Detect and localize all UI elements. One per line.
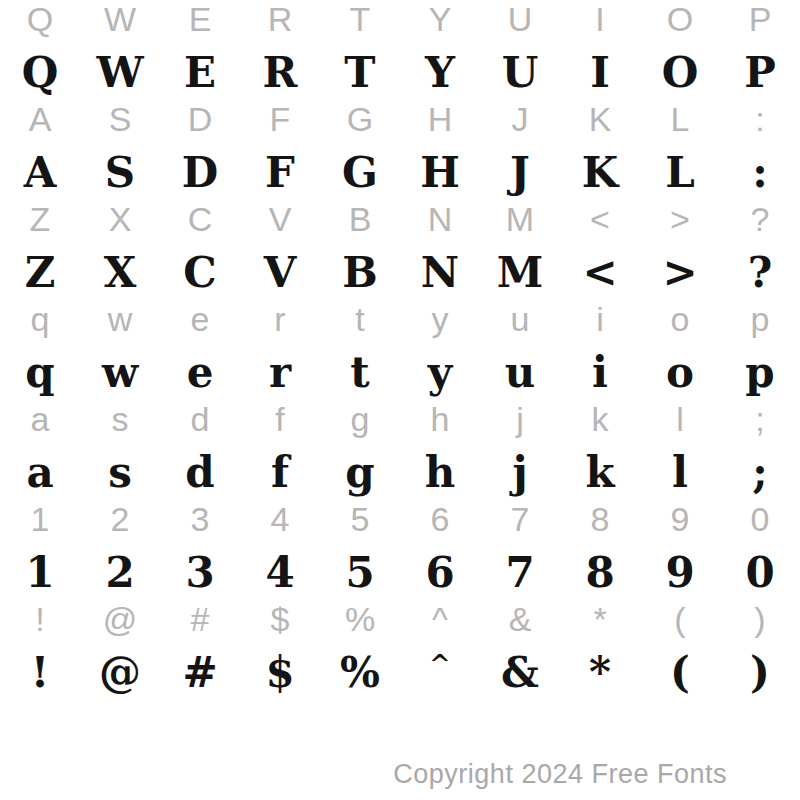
char-cell-bold: N bbox=[400, 252, 480, 294]
char-glyph: $ bbox=[265, 648, 294, 697]
char-cell-bold: 4 bbox=[240, 552, 320, 594]
char-glyph: H bbox=[428, 100, 453, 138]
char-row-gray-7: !@#$%^&*() bbox=[0, 602, 800, 636]
char-cell-bold: 7 bbox=[480, 552, 560, 594]
char-cell-gray: o bbox=[640, 302, 720, 336]
char-cell-bold: & bbox=[480, 652, 560, 694]
char-cell-gray: Z bbox=[0, 202, 80, 236]
char-glyph: E bbox=[184, 48, 216, 97]
char-glyph: l bbox=[672, 448, 688, 497]
char-cell-gray: 9 bbox=[640, 502, 720, 536]
char-cell-bold: Y bbox=[400, 52, 480, 94]
char-glyph: : bbox=[752, 148, 768, 197]
char-cell-gray: a bbox=[0, 402, 80, 436]
char-glyph: P bbox=[749, 0, 772, 38]
char-glyph: 6 bbox=[425, 548, 454, 597]
char-cell-gray: D bbox=[160, 102, 240, 136]
char-cell-bold: ( bbox=[640, 652, 720, 694]
char-glyph: F bbox=[265, 148, 295, 197]
char-glyph: N bbox=[421, 248, 459, 297]
char-cell-bold: q bbox=[0, 352, 80, 394]
char-cell-bold: O bbox=[640, 52, 720, 94]
char-cell-bold: Z bbox=[0, 252, 80, 294]
char-glyph: u bbox=[511, 300, 530, 338]
char-glyph: w bbox=[102, 348, 138, 397]
char-cell-bold: r bbox=[240, 352, 320, 394]
char-cell-gray: h bbox=[400, 402, 480, 436]
char-glyph: T bbox=[350, 0, 371, 38]
char-glyph: d bbox=[185, 448, 214, 497]
char-cell-bold: g bbox=[320, 452, 400, 494]
char-cell-bold: P bbox=[720, 52, 800, 94]
char-cell-gray: ( bbox=[640, 602, 720, 636]
char-glyph: % bbox=[345, 600, 375, 638]
char-cell-bold: k bbox=[560, 452, 640, 494]
char-cell-bold: K bbox=[560, 152, 640, 194]
char-cell-bold: > bbox=[640, 252, 720, 294]
char-glyph: & bbox=[509, 600, 532, 638]
char-cell-bold: ^ bbox=[400, 652, 480, 694]
char-cell-gray: B bbox=[320, 202, 400, 236]
char-glyph: y bbox=[432, 300, 449, 338]
char-cell-gray: : bbox=[720, 102, 800, 136]
char-cell-bold: w bbox=[80, 352, 160, 394]
char-glyph: U bbox=[502, 48, 539, 97]
char-glyph: p bbox=[745, 348, 774, 397]
char-cell-gray: ? bbox=[720, 202, 800, 236]
char-glyph: > bbox=[662, 248, 697, 297]
char-cell-gray: M bbox=[480, 202, 560, 236]
char-cell-gray: u bbox=[480, 302, 560, 336]
char-glyph: ( bbox=[670, 648, 690, 697]
char-glyph: ) bbox=[750, 648, 770, 697]
char-cell-bold: ! bbox=[0, 652, 80, 694]
char-glyph: 3 bbox=[191, 500, 210, 538]
char-glyph: 4 bbox=[271, 500, 290, 538]
char-cell-bold: u bbox=[480, 352, 560, 394]
char-glyph: B bbox=[342, 248, 378, 297]
char-cell-bold: M bbox=[480, 252, 560, 294]
char-glyph: % bbox=[340, 648, 380, 697]
char-cell-bold: Q bbox=[0, 52, 80, 94]
char-glyph: e bbox=[191, 300, 210, 338]
char-cell-gray: I bbox=[560, 2, 640, 36]
char-glyph: 1 bbox=[31, 500, 50, 538]
char-cell-gray: T bbox=[320, 2, 400, 36]
char-cell-gray: @ bbox=[80, 602, 160, 636]
char-glyph: C bbox=[188, 200, 213, 238]
char-glyph: 9 bbox=[665, 548, 694, 597]
char-glyph: 5 bbox=[351, 500, 370, 538]
char-glyph: P bbox=[744, 48, 776, 97]
font-specimen-sheet: QWERTYUIOPQWERTYUIOPASDFGHJKL:ASDFGHJKL:… bbox=[0, 0, 800, 800]
char-glyph: a bbox=[26, 448, 53, 497]
char-glyph: f bbox=[275, 400, 284, 438]
char-cell-bold: F bbox=[240, 152, 320, 194]
char-glyph: U bbox=[508, 0, 533, 38]
char-cell-bold: 3 bbox=[160, 552, 240, 594]
char-cell-bold: U bbox=[480, 52, 560, 94]
char-cell-bold: E bbox=[160, 52, 240, 94]
char-cell-bold: A bbox=[0, 152, 80, 194]
char-cell-bold: 9 bbox=[640, 552, 720, 594]
char-glyph: @ bbox=[99, 648, 141, 697]
char-glyph: I bbox=[590, 48, 610, 97]
char-cell-bold: e bbox=[160, 352, 240, 394]
char-glyph: * bbox=[589, 648, 611, 697]
char-glyph: r bbox=[269, 348, 291, 397]
char-glyph: 3 bbox=[185, 548, 214, 597]
char-cell-bold: 6 bbox=[400, 552, 480, 594]
char-cell-gray: i bbox=[560, 302, 640, 336]
char-glyph: G bbox=[347, 100, 373, 138]
char-glyph: : bbox=[755, 100, 764, 138]
char-glyph: 8 bbox=[591, 500, 610, 538]
char-glyph: k bbox=[585, 448, 614, 497]
char-glyph: 7 bbox=[511, 500, 530, 538]
char-glyph: 0 bbox=[751, 500, 770, 538]
char-cell-bold: * bbox=[560, 652, 640, 694]
char-cell-bold: ) bbox=[720, 652, 800, 694]
char-glyph: j bbox=[516, 400, 524, 438]
char-glyph: ; bbox=[755, 400, 764, 438]
char-cell-bold: 0 bbox=[720, 552, 800, 594]
char-cell-bold: d bbox=[160, 452, 240, 494]
char-cell-gray: k bbox=[560, 402, 640, 436]
char-glyph: ! bbox=[31, 648, 49, 697]
char-glyph: r bbox=[274, 300, 285, 338]
char-cell-bold: B bbox=[320, 252, 400, 294]
char-glyph: Y bbox=[429, 0, 452, 38]
char-glyph: T bbox=[344, 48, 375, 97]
char-cell-bold: h bbox=[400, 452, 480, 494]
char-glyph: k bbox=[592, 400, 609, 438]
char-glyph: i bbox=[592, 348, 608, 397]
char-cell-bold: R bbox=[240, 52, 320, 94]
char-glyph: < bbox=[590, 200, 610, 238]
char-cell-gray: 1 bbox=[0, 502, 80, 536]
char-glyph: 8 bbox=[585, 548, 614, 597]
char-cell-bold: 5 bbox=[320, 552, 400, 594]
char-glyph: W bbox=[104, 0, 136, 38]
char-cell-gray: G bbox=[320, 102, 400, 136]
char-cell-gray: H bbox=[400, 102, 480, 136]
char-glyph: A bbox=[24, 148, 57, 197]
char-glyph: h bbox=[431, 400, 450, 438]
char-glyph: E bbox=[189, 0, 212, 38]
char-glyph: q bbox=[25, 348, 54, 397]
char-cell-gray: 8 bbox=[560, 502, 640, 536]
character-grid: QWERTYUIOPQWERTYUIOPASDFGHJKL:ASDFGHJKL:… bbox=[0, 0, 800, 800]
char-cell-gray: < bbox=[560, 202, 640, 236]
char-cell-gray: t bbox=[320, 302, 400, 336]
char-glyph: ? bbox=[751, 200, 770, 238]
char-glyph: 0 bbox=[745, 548, 774, 597]
char-glyph: g bbox=[351, 400, 370, 438]
char-cell-gray: S bbox=[80, 102, 160, 136]
char-glyph: @ bbox=[103, 600, 138, 638]
char-cell-gray: X bbox=[80, 202, 160, 236]
char-glyph: Z bbox=[25, 248, 56, 297]
char-row-gray-1: QWERTYUIOP bbox=[0, 2, 800, 36]
char-cell-bold: f bbox=[240, 452, 320, 494]
char-cell-bold: 1 bbox=[0, 552, 80, 594]
char-glyph: R bbox=[263, 48, 298, 97]
char-row-gray-3: ZXCVBNM<>? bbox=[0, 202, 800, 236]
char-glyph: d bbox=[191, 400, 210, 438]
char-glyph: t bbox=[350, 348, 369, 397]
char-cell-gray: J bbox=[480, 102, 560, 136]
char-cell-bold: l bbox=[640, 452, 720, 494]
char-cell-gray: ^ bbox=[400, 602, 480, 636]
char-glyph: I bbox=[595, 0, 604, 38]
char-cell-bold: # bbox=[160, 652, 240, 694]
char-glyph: ) bbox=[754, 600, 765, 638]
char-row-gray-6: 1234567890 bbox=[0, 502, 800, 536]
char-cell-bold: 2 bbox=[80, 552, 160, 594]
char-cell-gray: d bbox=[160, 402, 240, 436]
char-cell-bold: I bbox=[560, 52, 640, 94]
char-cell-bold: y bbox=[400, 352, 480, 394]
char-glyph: X bbox=[109, 200, 132, 238]
char-cell-bold: ; bbox=[720, 452, 800, 494]
char-glyph: i bbox=[596, 300, 604, 338]
char-cell-gray: s bbox=[80, 402, 160, 436]
char-glyph: K bbox=[589, 100, 612, 138]
char-row-gray-2: ASDFGHJKL: bbox=[0, 102, 800, 136]
char-row-bold-5: asdfghjkl; bbox=[0, 452, 800, 494]
char-cell-bold: % bbox=[320, 652, 400, 694]
char-cell-bold: J bbox=[480, 152, 560, 194]
char-cell-gray: % bbox=[320, 602, 400, 636]
char-cell-gray: O bbox=[640, 2, 720, 36]
char-cell-gray: 4 bbox=[240, 502, 320, 536]
char-cell-bold: p bbox=[720, 352, 800, 394]
char-row-bold-2: ASDFGHJKL: bbox=[0, 152, 800, 194]
char-cell-bold: $ bbox=[240, 652, 320, 694]
char-cell-gray: # bbox=[160, 602, 240, 636]
char-glyph: J bbox=[510, 148, 530, 197]
char-cell-gray: P bbox=[720, 2, 800, 36]
char-glyph: D bbox=[188, 100, 213, 138]
char-cell-gray: ; bbox=[720, 402, 800, 436]
char-glyph: K bbox=[582, 148, 619, 197]
char-cell-gray: r bbox=[240, 302, 320, 336]
char-cell-bold: X bbox=[80, 252, 160, 294]
char-cell-gray: l bbox=[640, 402, 720, 436]
char-glyph: a bbox=[31, 400, 50, 438]
char-glyph: f bbox=[271, 448, 289, 497]
char-cell-gray: 2 bbox=[80, 502, 160, 536]
char-glyph: s bbox=[112, 400, 129, 438]
char-glyph: # bbox=[182, 648, 217, 697]
char-row-bold-3: ZXCVBNM<>? bbox=[0, 252, 800, 294]
char-cell-gray: & bbox=[480, 602, 560, 636]
char-cell-bold: a bbox=[0, 452, 80, 494]
char-glyph: 2 bbox=[111, 500, 130, 538]
char-cell-gray: N bbox=[400, 202, 480, 236]
char-cell-bold: D bbox=[160, 152, 240, 194]
char-cell-gray: W bbox=[80, 2, 160, 36]
char-cell-gray: K bbox=[560, 102, 640, 136]
char-glyph: j bbox=[512, 448, 527, 497]
char-glyph: 2 bbox=[105, 548, 134, 597]
char-glyph: ( bbox=[674, 600, 685, 638]
char-cell-bold: V bbox=[240, 252, 320, 294]
char-cell-gray: 0 bbox=[720, 502, 800, 536]
char-glyph: G bbox=[342, 148, 378, 197]
char-glyph: Z bbox=[30, 200, 51, 238]
char-glyph: 4 bbox=[265, 548, 294, 597]
char-glyph: o bbox=[666, 348, 694, 397]
char-glyph: ^ bbox=[432, 600, 448, 638]
char-glyph: L bbox=[665, 148, 695, 197]
char-cell-bold: C bbox=[160, 252, 240, 294]
char-cell-gray: y bbox=[400, 302, 480, 336]
char-cell-gray: q bbox=[0, 302, 80, 336]
char-cell-gray: 7 bbox=[480, 502, 560, 536]
char-cell-bold: W bbox=[80, 52, 160, 94]
char-cell-bold: G bbox=[320, 152, 400, 194]
char-glyph: ^ bbox=[429, 651, 451, 677]
char-cell-gray: A bbox=[0, 102, 80, 136]
char-glyph: q bbox=[31, 300, 50, 338]
copyright-text: Copyright 2024 Free Fonts bbox=[393, 759, 727, 790]
char-glyph: 5 bbox=[345, 548, 374, 597]
char-glyph: S bbox=[105, 148, 135, 197]
char-cell-gray: > bbox=[640, 202, 720, 236]
char-cell-gray: j bbox=[480, 402, 560, 436]
char-glyph: M bbox=[506, 200, 534, 238]
char-cell-gray: E bbox=[160, 2, 240, 36]
char-glyph: V bbox=[269, 200, 292, 238]
char-cell-gray: U bbox=[480, 2, 560, 36]
char-cell-gray: C bbox=[160, 202, 240, 236]
char-cell-gray: w bbox=[80, 302, 160, 336]
char-glyph: l bbox=[676, 400, 684, 438]
char-glyph: O bbox=[662, 48, 699, 97]
char-glyph: ? bbox=[748, 248, 773, 297]
char-cell-bold: ? bbox=[720, 252, 800, 294]
char-glyph: C bbox=[183, 248, 216, 297]
char-glyph: u bbox=[505, 348, 536, 397]
char-glyph: t bbox=[355, 300, 364, 338]
char-glyph: Y bbox=[425, 48, 455, 97]
char-row-bold-7: !@#$%^&*() bbox=[0, 652, 800, 694]
char-glyph: # bbox=[191, 600, 210, 638]
char-glyph: H bbox=[420, 148, 460, 197]
char-cell-gray: ) bbox=[720, 602, 800, 636]
char-cell-bold: T bbox=[320, 52, 400, 94]
char-glyph: < bbox=[582, 248, 617, 297]
char-glyph: A bbox=[29, 100, 52, 138]
char-cell-bold: @ bbox=[80, 652, 160, 694]
char-cell-gray: g bbox=[320, 402, 400, 436]
char-glyph: > bbox=[670, 200, 690, 238]
char-cell-bold: t bbox=[320, 352, 400, 394]
char-glyph: O bbox=[667, 0, 693, 38]
char-cell-gray: * bbox=[560, 602, 640, 636]
char-glyph: R bbox=[268, 0, 293, 38]
char-cell-bold: o bbox=[640, 352, 720, 394]
char-glyph: J bbox=[512, 100, 529, 138]
char-glyph: Q bbox=[27, 0, 53, 38]
char-cell-gray: 3 bbox=[160, 502, 240, 536]
char-row-gray-4: qwertyuiop bbox=[0, 302, 800, 336]
char-cell-gray: V bbox=[240, 202, 320, 236]
char-cell-gray: $ bbox=[240, 602, 320, 636]
char-glyph: ! bbox=[35, 600, 44, 638]
char-row-bold-4: qwertyuiop bbox=[0, 352, 800, 394]
char-glyph: * bbox=[593, 600, 606, 638]
char-cell-bold: s bbox=[80, 452, 160, 494]
char-glyph: o bbox=[671, 300, 690, 338]
char-glyph: W bbox=[96, 48, 143, 97]
char-glyph: 6 bbox=[431, 500, 450, 538]
char-cell-gray: p bbox=[720, 302, 800, 336]
char-cell-gray: ! bbox=[0, 602, 80, 636]
char-glyph: M bbox=[497, 248, 544, 297]
char-cell-bold: : bbox=[720, 152, 800, 194]
char-glyph: F bbox=[270, 100, 291, 138]
char-cell-gray: Q bbox=[0, 2, 80, 36]
char-glyph: y bbox=[428, 348, 452, 397]
char-glyph: ; bbox=[752, 448, 768, 497]
char-cell-gray: F bbox=[240, 102, 320, 136]
char-glyph: X bbox=[104, 248, 137, 297]
char-glyph: & bbox=[501, 648, 539, 697]
char-cell-gray: 5 bbox=[320, 502, 400, 536]
char-cell-bold: S bbox=[80, 152, 160, 194]
char-glyph: $ bbox=[271, 600, 290, 638]
char-cell-bold: < bbox=[560, 252, 640, 294]
char-glyph: 7 bbox=[505, 548, 534, 597]
char-cell-bold: H bbox=[400, 152, 480, 194]
char-glyph: L bbox=[671, 100, 690, 138]
char-glyph: 1 bbox=[25, 548, 54, 597]
char-glyph: D bbox=[182, 148, 218, 197]
char-glyph: S bbox=[109, 100, 132, 138]
char-glyph: w bbox=[108, 300, 133, 338]
char-cell-gray: Y bbox=[400, 2, 480, 36]
char-glyph: V bbox=[264, 248, 297, 297]
char-glyph: p bbox=[751, 300, 770, 338]
char-row-bold-1: QWERTYUIOP bbox=[0, 52, 800, 94]
char-glyph: e bbox=[187, 348, 214, 397]
char-cell-gray: L bbox=[640, 102, 720, 136]
char-cell-gray: f bbox=[240, 402, 320, 436]
char-glyph: B bbox=[349, 200, 372, 238]
char-row-bold-6: 1234567890 bbox=[0, 552, 800, 594]
char-cell-gray: 6 bbox=[400, 502, 480, 536]
char-glyph: N bbox=[428, 200, 453, 238]
char-row-gray-5: asdfghjkl; bbox=[0, 402, 800, 436]
char-cell-bold: j bbox=[480, 452, 560, 494]
char-glyph: s bbox=[108, 448, 132, 497]
char-cell-bold: i bbox=[560, 352, 640, 394]
char-cell-bold: L bbox=[640, 152, 720, 194]
char-cell-gray: R bbox=[240, 2, 320, 36]
char-cell-gray: e bbox=[160, 302, 240, 336]
char-glyph: g bbox=[345, 448, 374, 497]
char-glyph: Q bbox=[22, 48, 59, 97]
char-cell-bold: 8 bbox=[560, 552, 640, 594]
char-glyph: h bbox=[425, 448, 456, 497]
char-glyph: 9 bbox=[671, 500, 690, 538]
